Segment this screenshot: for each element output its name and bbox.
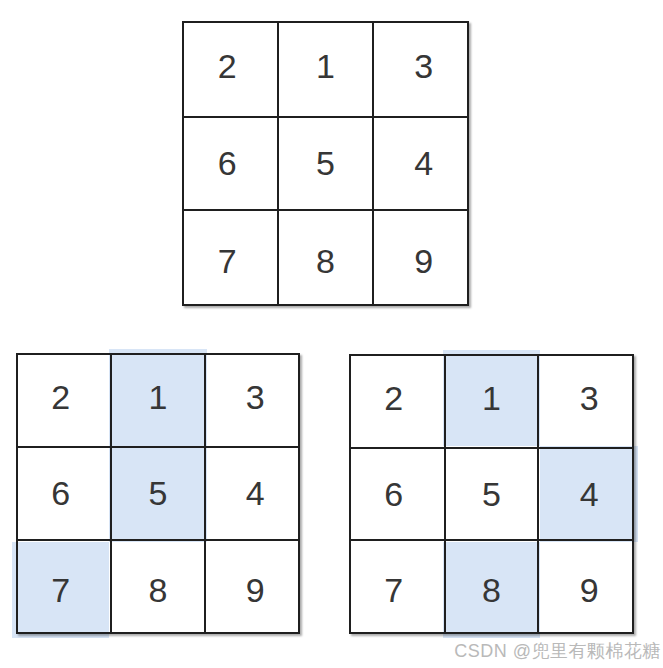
cell-layer: 213654789: [178, 17, 473, 310]
cell-value: 7: [384, 573, 403, 607]
grid-cell: 6: [178, 115, 276, 213]
cell-value: 1: [482, 381, 501, 415]
cell-value: 6: [384, 477, 403, 511]
grid-cell-highlighted: 7: [12, 542, 109, 638]
diagram-canvas: 213654789 213654789 213654789 CSDN @兜里有颗…: [0, 0, 663, 668]
cell-value: 9: [580, 573, 599, 607]
cell-value: 3: [414, 49, 433, 83]
cell-value: 7: [51, 573, 70, 607]
cell-value: 3: [580, 381, 599, 415]
grid-cell-highlighted: 1: [443, 350, 541, 446]
grid-cell: 3: [207, 349, 304, 445]
board-path-variant-left: 213654789: [16, 353, 300, 634]
grid-cell: 4: [375, 115, 473, 213]
grid-cell-highlighted: 8: [443, 542, 541, 638]
board-path-variant-right: 213654789: [349, 354, 634, 634]
grid-cell-highlighted: 5: [109, 445, 206, 541]
cell-value: 2: [51, 380, 70, 414]
grid-cell: 9: [375, 212, 473, 310]
cell-value: 8: [482, 573, 501, 607]
grid-cell: 3: [540, 350, 638, 446]
grid-cell: 9: [207, 542, 304, 638]
grid-cell: 2: [12, 349, 109, 445]
cell-value: 4: [414, 146, 433, 180]
cell-value: 6: [218, 146, 237, 180]
grid-cell-highlighted: 1: [109, 349, 206, 445]
grid-cell: 3: [375, 17, 473, 115]
cell-value: 5: [482, 477, 501, 511]
cell-value: 2: [218, 49, 237, 83]
grid-cell-highlighted: 4: [540, 446, 638, 542]
grid-cell: 2: [178, 17, 276, 115]
cell-value: 7: [218, 244, 237, 278]
cell-value: 5: [149, 476, 168, 510]
grid-cell: 5: [443, 446, 541, 542]
cell-value: 6: [51, 476, 70, 510]
grid-cell: 8: [109, 542, 206, 638]
grid-cell: 6: [12, 445, 109, 541]
cell-layer: 213654789: [345, 350, 638, 638]
cell-value: 5: [316, 146, 335, 180]
cell-layer: 213654789: [12, 349, 304, 638]
watermark: CSDN @兜里有颗棉花糖: [454, 639, 661, 663]
grid-cell: 8: [276, 212, 374, 310]
cell-value: 4: [246, 476, 265, 510]
cell-value: 1: [149, 380, 168, 414]
grid-cell: 1: [276, 17, 374, 115]
grid-cell: 7: [345, 542, 443, 638]
cell-value: 4: [580, 477, 599, 511]
cell-value: 9: [246, 573, 265, 607]
cell-value: 2: [384, 381, 403, 415]
cell-value: 3: [246, 380, 265, 414]
cell-value: 1: [316, 49, 335, 83]
grid-cell: 4: [207, 445, 304, 541]
cell-value: 8: [316, 244, 335, 278]
grid-cell: 6: [345, 446, 443, 542]
cell-value: 8: [149, 573, 168, 607]
grid-cell: 5: [276, 115, 374, 213]
grid-cell: 9: [540, 542, 638, 638]
grid-cell: 2: [345, 350, 443, 446]
board-original-matrix: 213654789: [182, 21, 469, 306]
cell-value: 9: [414, 244, 433, 278]
grid-cell: 7: [178, 212, 276, 310]
